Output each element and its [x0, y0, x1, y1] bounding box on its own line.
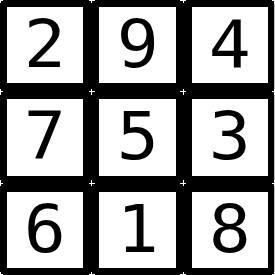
cell-r2c3-value: 3 — [209, 104, 251, 170]
cell-r1c1: 2 — [7, 7, 83, 83]
cell-r1c2-value: 9 — [116, 12, 158, 78]
cell-r2c1-value: 7 — [24, 104, 66, 170]
cell-r2c3: 3 — [192, 99, 268, 175]
cell-r1c2: 9 — [99, 7, 175, 83]
cell-r3c3: 8 — [192, 192, 268, 268]
cell-r3c3-value: 8 — [209, 197, 251, 263]
cell-r3c2-value: 1 — [116, 197, 158, 263]
cell-r3c2: 1 — [99, 192, 175, 268]
cell-r3c1: 6 — [7, 192, 83, 268]
cell-r1c3-value: 4 — [209, 12, 251, 78]
cell-r1c3: 4 — [192, 7, 268, 83]
cell-grid: 2 9 4 7 5 3 6 1 8 — [0, 0, 275, 275]
cell-r2c2-value: 5 — [116, 104, 158, 170]
cell-r3c1-value: 6 — [24, 197, 66, 263]
cell-r2c2: 5 — [99, 99, 175, 175]
cell-r1c1-value: 2 — [24, 12, 66, 78]
cell-r2c1: 7 — [7, 99, 83, 175]
magic-square-board: 2 9 4 7 5 3 6 1 8 — [0, 0, 275, 275]
